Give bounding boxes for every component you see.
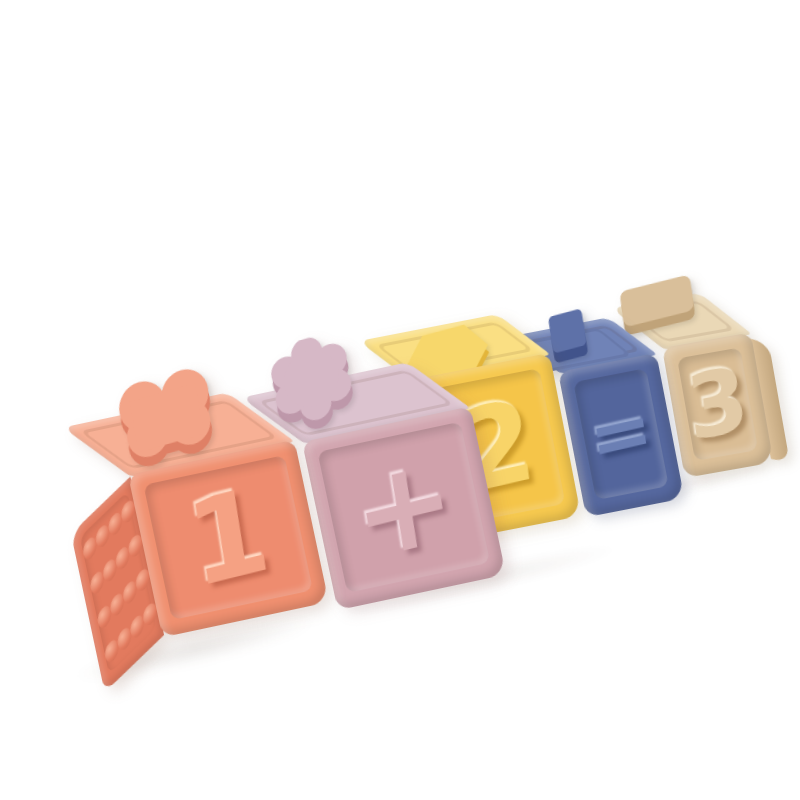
toy-block-plus-pink: + xyxy=(302,406,506,610)
toy-block-equals-blue: = xyxy=(558,353,684,517)
block-front-face: + xyxy=(302,406,506,610)
block-front-panel: 1 xyxy=(143,455,313,620)
toy-block-3-tan: 3 xyxy=(662,332,774,478)
block-front-panel: + xyxy=(317,422,490,593)
block-front-face: = xyxy=(558,353,684,517)
embossed-symbol: 3 xyxy=(680,346,755,463)
block-front-panel: 3 xyxy=(677,347,758,461)
embossed-symbol: = xyxy=(577,366,666,502)
block-front-face: 1 xyxy=(128,440,329,638)
block-front-panel: = xyxy=(573,368,669,500)
embossed-symbol: 1 xyxy=(147,452,308,623)
toy-block-1-coral: 1 xyxy=(128,440,329,638)
product-photo-stage: 3 = xyxy=(0,0,800,800)
embossed-symbol: + xyxy=(322,418,486,596)
